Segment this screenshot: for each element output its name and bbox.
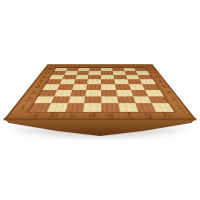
board-frame: abcdefgh 87654321 87654321 (3, 64, 197, 120)
file-labels: abcdefgh (24, 112, 180, 120)
rank-label: 2 (164, 96, 185, 103)
file-label: h (156, 112, 179, 120)
square-c1 (65, 103, 84, 111)
square-c2 (67, 96, 85, 103)
chessboard-photo: abcdefgh 87654321 87654321 (0, 0, 200, 200)
square-d2 (84, 96, 101, 103)
file-label: c (63, 112, 84, 120)
square-e2 (101, 96, 118, 103)
file-label: e (101, 112, 121, 120)
file-label: d (82, 112, 101, 120)
square-e1 (101, 103, 119, 111)
square-d1 (83, 103, 101, 111)
chessboard: abcdefgh 87654321 87654321 (3, 64, 197, 120)
